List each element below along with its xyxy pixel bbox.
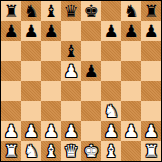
square-d8[interactable]: ♛ [61,1,81,21]
square-d6[interactable]: ♝ [61,41,81,61]
square-a4[interactable] [1,81,21,101]
square-b8[interactable]: ♞ [21,1,41,21]
square-h1[interactable]: ♜ [141,141,161,161]
square-h4[interactable] [141,81,161,101]
square-h5[interactable] [141,61,161,81]
square-b6[interactable] [21,41,41,61]
square-a5[interactable] [1,61,21,81]
square-e7[interactable] [81,21,101,41]
chess-board: ♜♞♝♛♚♞♜♟♟♟♟♟♟♝♟♟♞♟♟♟♟♟♟♟♜♞♝♛♚♝♜ [1,1,161,161]
square-d7[interactable] [61,21,81,41]
piece-black-pawn-icon[interactable]: ♟ [103,21,118,41]
piece-white-bishop-icon[interactable]: ♝ [43,141,58,161]
piece-black-bishop-icon[interactable]: ♝ [43,1,58,21]
square-g3[interactable] [121,101,141,121]
square-e5[interactable]: ♟ [81,61,101,81]
square-e4[interactable] [81,81,101,101]
square-e3[interactable] [81,101,101,121]
piece-black-pawn-icon[interactable]: ♟ [23,21,38,41]
square-c4[interactable] [41,81,61,101]
square-b4[interactable] [21,81,41,101]
square-e2[interactable] [81,121,101,141]
piece-black-pawn-icon[interactable]: ♟ [83,61,98,81]
square-b5[interactable] [21,61,41,81]
square-g1[interactable] [121,141,141,161]
square-c1[interactable]: ♝ [41,141,61,161]
square-e6[interactable] [81,41,101,61]
square-a8[interactable]: ♜ [1,1,21,21]
piece-white-pawn-icon[interactable]: ♟ [63,61,78,81]
piece-white-pawn-icon[interactable]: ♟ [103,121,118,141]
square-b3[interactable] [21,101,41,121]
square-d2[interactable]: ♟ [61,121,81,141]
piece-black-queen-icon[interactable]: ♛ [63,1,78,21]
square-f7[interactable]: ♟ [101,21,121,41]
chess-board-frame: ♜♞♝♛♚♞♜♟♟♟♟♟♟♝♟♟♞♟♟♟♟♟♟♟♜♞♝♛♚♝♜ [0,0,162,162]
piece-black-pawn-icon[interactable]: ♟ [123,21,138,41]
piece-black-rook-icon[interactable]: ♜ [3,1,18,21]
square-a2[interactable]: ♟ [1,121,21,141]
piece-black-rook-icon[interactable]: ♜ [143,1,158,21]
piece-black-pawn-icon[interactable]: ♟ [3,21,18,41]
square-h6[interactable] [141,41,161,61]
piece-white-king-icon[interactable]: ♚ [83,141,98,161]
square-g5[interactable] [121,61,141,81]
square-c7[interactable]: ♟ [41,21,61,41]
square-h7[interactable]: ♟ [141,21,161,41]
square-a6[interactable] [1,41,21,61]
square-f6[interactable] [101,41,121,61]
piece-white-pawn-icon[interactable]: ♟ [43,121,58,141]
square-h3[interactable] [141,101,161,121]
square-f8[interactable] [101,1,121,21]
square-g6[interactable] [121,41,141,61]
piece-white-pawn-icon[interactable]: ♟ [63,121,78,141]
square-b2[interactable]: ♟ [21,121,41,141]
piece-black-king-icon[interactable]: ♚ [83,1,98,21]
square-b1[interactable]: ♞ [21,141,41,161]
square-g4[interactable] [121,81,141,101]
square-e1[interactable]: ♚ [81,141,101,161]
square-g7[interactable]: ♟ [121,21,141,41]
square-h2[interactable]: ♟ [141,121,161,141]
square-a3[interactable] [1,101,21,121]
square-d5[interactable]: ♟ [61,61,81,81]
piece-black-knight-icon[interactable]: ♞ [123,1,138,21]
square-b7[interactable]: ♟ [21,21,41,41]
square-f5[interactable] [101,61,121,81]
square-e8[interactable]: ♚ [81,1,101,21]
piece-white-knight-icon[interactable]: ♞ [23,141,38,161]
square-c8[interactable]: ♝ [41,1,61,21]
square-d3[interactable] [61,101,81,121]
piece-white-rook-icon[interactable]: ♜ [3,141,18,161]
piece-white-pawn-icon[interactable]: ♟ [123,121,138,141]
piece-white-bishop-icon[interactable]: ♝ [103,141,118,161]
piece-black-knight-icon[interactable]: ♞ [23,1,38,21]
square-f2[interactable]: ♟ [101,121,121,141]
square-c5[interactable] [41,61,61,81]
square-h8[interactable]: ♜ [141,1,161,21]
piece-white-pawn-icon[interactable]: ♟ [23,121,38,141]
piece-black-pawn-icon[interactable]: ♟ [43,21,58,41]
piece-white-pawn-icon[interactable]: ♟ [143,121,158,141]
square-a1[interactable]: ♜ [1,141,21,161]
piece-white-knight-icon[interactable]: ♞ [103,101,118,121]
square-c6[interactable] [41,41,61,61]
piece-white-queen-icon[interactable]: ♛ [63,141,78,161]
square-c3[interactable] [41,101,61,121]
square-f4[interactable] [101,81,121,101]
square-f1[interactable]: ♝ [101,141,121,161]
piece-white-pawn-icon[interactable]: ♟ [3,121,18,141]
square-d4[interactable] [61,81,81,101]
square-d1[interactable]: ♛ [61,141,81,161]
piece-black-pawn-icon[interactable]: ♟ [143,21,158,41]
square-a7[interactable]: ♟ [1,21,21,41]
piece-white-rook-icon[interactable]: ♜ [143,141,158,161]
square-c2[interactable]: ♟ [41,121,61,141]
piece-black-bishop-icon[interactable]: ♝ [63,41,78,61]
square-f3[interactable]: ♞ [101,101,121,121]
square-g8[interactable]: ♞ [121,1,141,21]
square-g2[interactable]: ♟ [121,121,141,141]
